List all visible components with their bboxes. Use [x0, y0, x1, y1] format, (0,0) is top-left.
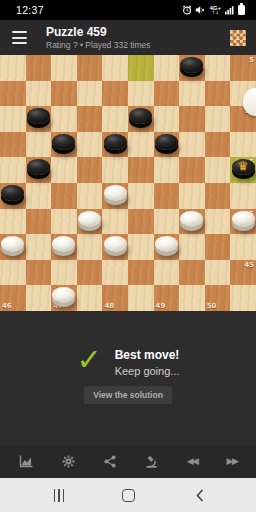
square-number: 48: [104, 302, 114, 310]
square-31[interactable]: [26, 209, 52, 235]
square-39[interactable]: [154, 234, 180, 260]
square-light-6-0[interactable]: [0, 209, 26, 235]
alarm-icon: [182, 5, 192, 15]
square-light-7-7[interactable]: [179, 234, 205, 260]
square-11[interactable]: [26, 106, 52, 132]
square-number: 47: [53, 302, 63, 310]
square-light-8-0[interactable]: [0, 260, 26, 286]
rewind-icon[interactable]: ◀◀: [185, 455, 200, 468]
square-light-0-2[interactable]: [51, 55, 77, 81]
menu-button[interactable]: [12, 31, 27, 43]
square-light-2-4[interactable]: [102, 106, 128, 132]
square-light-7-5[interactable]: [128, 234, 154, 260]
square-20[interactable]: [205, 132, 231, 158]
square-16[interactable]: [0, 132, 26, 158]
square-7[interactable]: [51, 81, 77, 107]
square-29[interactable]: [154, 183, 180, 209]
square-light-0-4[interactable]: [102, 55, 128, 81]
square-43[interactable]: [128, 260, 154, 286]
black-man-26[interactable]: [1, 185, 24, 201]
result-row: ✓ Best move! Keep going...: [0, 347, 256, 377]
square-30[interactable]: [205, 183, 231, 209]
settings-gear-icon[interactable]: [60, 453, 77, 470]
square-12[interactable]: [77, 106, 103, 132]
square-40[interactable]: [205, 234, 231, 260]
square-light-7-3[interactable]: [77, 234, 103, 260]
black-man-18[interactable]: [104, 134, 127, 150]
white-man-35[interactable]: [232, 211, 255, 227]
square-38[interactable]: [102, 234, 128, 260]
square-14[interactable]: [179, 106, 205, 132]
square-light-6-8[interactable]: [205, 209, 231, 235]
square-47[interactable]: 47: [51, 285, 77, 311]
white-man-34[interactable]: [180, 211, 203, 227]
white-man-38[interactable]: [104, 236, 127, 252]
square-light-7-1[interactable]: [26, 234, 52, 260]
square-35[interactable]: 35: [230, 209, 256, 235]
square-28[interactable]: [102, 183, 128, 209]
square-light-4-4[interactable]: [102, 157, 128, 183]
square-light-1-5[interactable]: [128, 81, 154, 107]
square-6[interactable]: [0, 81, 26, 107]
square-44[interactable]: [179, 260, 205, 286]
square-light-5-5[interactable]: [128, 183, 154, 209]
square-light-0-6[interactable]: [154, 55, 180, 81]
back-button[interactable]: [182, 478, 218, 512]
square-49[interactable]: 49: [154, 285, 180, 311]
square-light-2-6[interactable]: [154, 106, 180, 132]
analysis-microscope-icon[interactable]: [143, 453, 160, 470]
square-light-6-2[interactable]: [51, 209, 77, 235]
square-number: 49: [156, 302, 166, 310]
square-2[interactable]: [77, 55, 103, 81]
square-9[interactable]: [154, 81, 180, 107]
home-icon: [122, 489, 135, 502]
white-man-37[interactable]: [52, 236, 75, 252]
square-light-1-1[interactable]: [26, 81, 52, 107]
screen: 12:37 4G+ ↑↓: [0, 0, 256, 512]
square-light-8-2[interactable]: [51, 260, 77, 286]
black-man-11[interactable]: [27, 108, 50, 124]
square-light-5-9[interactable]: [230, 183, 256, 209]
square-light-3-9[interactable]: [230, 132, 256, 158]
square-32[interactable]: [77, 209, 103, 235]
android-nav-bar: [0, 478, 256, 512]
page-title: Puzzle 459: [46, 26, 151, 38]
king-crown-icon: ♛: [232, 157, 255, 175]
square-37[interactable]: [51, 234, 77, 260]
feedback-panel: ✓ Best move! Keep going... View the solu…: [0, 311, 256, 445]
square-13[interactable]: [128, 106, 154, 132]
square-33[interactable]: [128, 209, 154, 235]
square-34[interactable]: [179, 209, 205, 235]
square-25[interactable]: 25♛: [230, 157, 256, 183]
page-subtitle: Rating ? • Played 332 times: [46, 41, 151, 50]
square-light-4-6[interactable]: [154, 157, 180, 183]
black-man-19[interactable]: [155, 134, 178, 150]
white-man-32[interactable]: [78, 211, 101, 227]
square-light-4-0[interactable]: [0, 157, 26, 183]
square-light-3-3[interactable]: [77, 132, 103, 158]
square-light-4-2[interactable]: [51, 157, 77, 183]
white-man-36[interactable]: [1, 236, 24, 252]
square-45[interactable]: 45: [230, 260, 256, 286]
result-texts: Best move! Keep going...: [115, 347, 180, 377]
square-light-9-3[interactable]: [77, 285, 103, 311]
square-1[interactable]: [26, 55, 52, 81]
square-21[interactable]: [26, 157, 52, 183]
share-icon[interactable]: [102, 453, 118, 470]
square-4[interactable]: [179, 55, 205, 81]
recents-button[interactable]: [41, 478, 77, 512]
white-man-47[interactable]: [52, 287, 75, 303]
signal-icon: [225, 5, 234, 15]
clock: 12:37: [16, 4, 44, 16]
square-light-2-2[interactable]: [51, 106, 77, 132]
square-18[interactable]: [102, 132, 128, 158]
square-light-2-8[interactable]: [205, 106, 231, 132]
square-light-9-1[interactable]: [26, 285, 52, 311]
black-man-21[interactable]: [27, 159, 50, 175]
square-48[interactable]: 48: [102, 285, 128, 311]
app-bar-titles: Puzzle 459 Rating ? • Played 332 times: [46, 26, 151, 49]
square-light-5-1[interactable]: [26, 183, 52, 209]
square-26[interactable]: [0, 183, 26, 209]
square-number: 46: [2, 302, 12, 310]
back-icon: [196, 489, 204, 502]
square-46[interactable]: 46: [0, 285, 26, 311]
square-42[interactable]: [77, 260, 103, 286]
square-light-0-8[interactable]: [205, 55, 231, 81]
square-light-7-9[interactable]: [230, 234, 256, 260]
square-number: 5: [249, 56, 254, 64]
white-man-39[interactable]: [155, 236, 178, 252]
square-light-8-4[interactable]: [102, 260, 128, 286]
square-light-6-4[interactable]: [102, 209, 128, 235]
toolbar: ◀◀ ▶▶: [0, 445, 256, 478]
board[interactable]: 51525♛35454647484950: [0, 55, 256, 311]
square-light-2-0[interactable]: [0, 106, 26, 132]
check-icon: ✓: [77, 347, 102, 373]
mute-icon: [195, 5, 205, 15]
square-light-0-0[interactable]: [0, 55, 26, 81]
square-light-8-6[interactable]: [154, 260, 180, 286]
square-27[interactable]: [51, 183, 77, 209]
status-icons: 4G+ ↑↓: [182, 5, 245, 16]
square-number: 50: [207, 302, 217, 310]
square-light-3-5[interactable]: [128, 132, 154, 158]
app-bar: Puzzle 459 Rating ? • Played 332 times: [0, 20, 256, 55]
square-5[interactable]: 5: [230, 55, 256, 81]
square-3[interactable]: [128, 55, 154, 81]
square-24[interactable]: [179, 157, 205, 183]
result-subtitle: Keep going...: [115, 365, 180, 377]
square-8[interactable]: [102, 81, 128, 107]
home-button[interactable]: [110, 478, 146, 512]
square-light-5-7[interactable]: [179, 183, 205, 209]
square-light-8-8[interactable]: [205, 260, 231, 286]
square-19[interactable]: [154, 132, 180, 158]
square-light-9-9[interactable]: [230, 285, 256, 311]
black-king-25[interactable]: ♛: [232, 159, 255, 175]
square-light-9-5[interactable]: [128, 285, 154, 311]
square-36[interactable]: [0, 234, 26, 260]
black-man-17[interactable]: [52, 134, 75, 150]
square-number: 45: [244, 261, 254, 269]
square-light-1-3[interactable]: [77, 81, 103, 107]
mini-checkerboard-icon[interactable]: [230, 30, 246, 46]
status-bar: 12:37 4G+ ↑↓: [0, 0, 256, 20]
square-light-3-7[interactable]: [179, 132, 205, 158]
battery-icon: [238, 5, 245, 15]
stats-chart-icon[interactable]: [17, 453, 35, 470]
square-light-9-7[interactable]: [179, 285, 205, 311]
square-light-5-3[interactable]: [77, 183, 103, 209]
square-41[interactable]: [26, 260, 52, 286]
fast-forward-icon[interactable]: ▶▶: [225, 455, 240, 468]
result-title: Best move!: [115, 349, 180, 362]
square-light-6-6[interactable]: [154, 209, 180, 235]
square-17[interactable]: [51, 132, 77, 158]
square-light-1-7[interactable]: [179, 81, 205, 107]
black-man-4[interactable]: [180, 57, 203, 73]
square-light-3-1[interactable]: [26, 132, 52, 158]
square-50[interactable]: 50: [205, 285, 231, 311]
square-10[interactable]: [205, 81, 231, 107]
network-4g-icon: 4G+ ↑↓: [209, 5, 221, 16]
square-22[interactable]: [77, 157, 103, 183]
square-23[interactable]: [128, 157, 154, 183]
black-man-13[interactable]: [129, 108, 152, 124]
recents-icon: [54, 489, 65, 502]
square-light-4-8[interactable]: [205, 157, 231, 183]
view-solution-button[interactable]: View the solution: [84, 386, 172, 404]
white-man-28[interactable]: [104, 185, 127, 201]
